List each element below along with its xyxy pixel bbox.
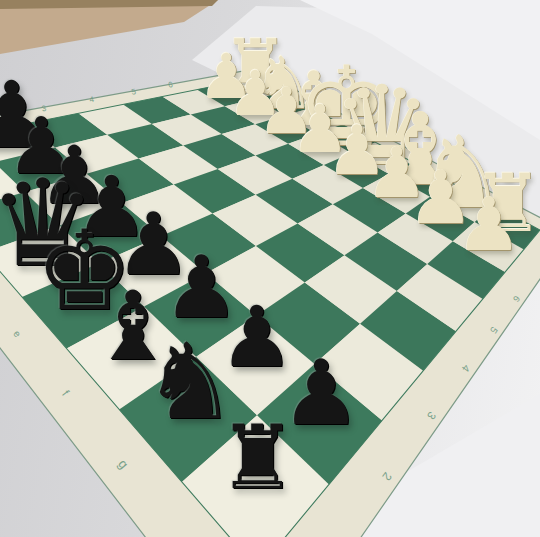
chessboard-photo: efgh1234563456 ♜♞♝♚♛♝♞♜♟♟♟♟♟♟♟♟♟♟♟♟♟♟♟♟♛…	[0, 0, 540, 537]
piece-black-rook-h1: ♜	[218, 415, 297, 503]
piece-white-pawn-h7: ♟	[456, 188, 522, 262]
pieces-layer: ♜♞♝♚♛♝♞♜♟♟♟♟♟♟♟♟♟♟♟♟♟♟♟♟♛♚♝♞♜	[0, 0, 540, 537]
